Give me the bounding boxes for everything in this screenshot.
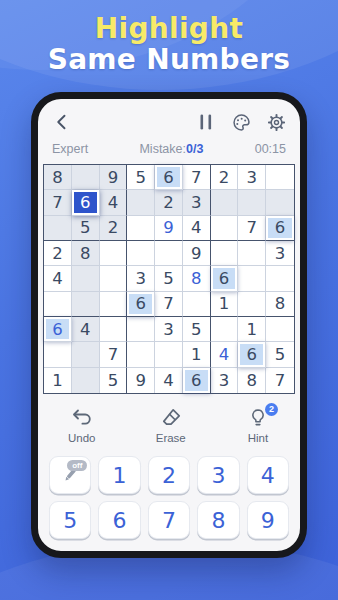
cell-r6c6[interactable] — [183, 292, 211, 317]
cell-r3c6[interactable]: 4 — [183, 216, 211, 241]
erase-label: Erase — [156, 432, 186, 444]
back-button[interactable] — [51, 111, 73, 133]
cell-r2c3[interactable]: 4 — [100, 190, 128, 215]
difficulty-label: Expert — [52, 142, 88, 156]
mistake-value: 0/3 — [186, 142, 203, 156]
cell-r1c7[interactable]: 2 — [211, 165, 239, 190]
timer: 00:15 — [255, 142, 286, 156]
cell-r5c4[interactable]: 3 — [127, 266, 155, 291]
numpad-digit-2[interactable]: 2 — [148, 456, 190, 494]
erase-button[interactable]: Erase — [156, 407, 186, 444]
gear-icon — [266, 112, 287, 133]
cell-r8c2[interactable] — [72, 342, 100, 367]
cell-r2c1[interactable]: 7 — [44, 190, 72, 215]
hint-label: Hint — [248, 432, 268, 444]
toolbar: Undo Erase 2 H — [68, 407, 270, 444]
cell-r8c6[interactable]: 1 — [183, 342, 211, 367]
cell-r3c2[interactable]: 5 — [72, 216, 100, 241]
status-bar: Expert Mistake:0/3 00:15 — [52, 142, 286, 156]
cell-r6c2[interactable] — [72, 292, 100, 317]
undo-label: Undo — [68, 432, 96, 444]
cell-r9c6[interactable]: 6 — [183, 368, 211, 393]
cell-r2c7[interactable] — [211, 190, 239, 215]
cell-r2c8[interactable] — [238, 190, 266, 215]
cell-r4c1[interactable]: 2 — [44, 241, 72, 266]
cell-r5c2[interactable] — [72, 266, 100, 291]
cell-r6c4[interactable]: 6 — [127, 292, 155, 317]
undo-button[interactable]: Undo — [68, 407, 96, 444]
eraser-icon — [159, 407, 183, 429]
cell-r1c9[interactable] — [266, 165, 294, 190]
cell-r2c5[interactable]: 2 — [155, 190, 183, 215]
title-line-2: Same Numbers — [0, 44, 338, 75]
pencil-mode-button[interactable]: off — [49, 456, 91, 494]
cell-r4c6[interactable]: 9 — [183, 241, 211, 266]
cell-r3c3[interactable]: 2 — [100, 216, 128, 241]
cell-r3c1[interactable] — [44, 216, 72, 241]
numpad-digit-6[interactable]: 6 — [98, 501, 140, 539]
cell-r4c3[interactable] — [100, 241, 128, 266]
cell-r8c5[interactable] — [155, 342, 183, 367]
cell-r8c4[interactable] — [127, 342, 155, 367]
pencil-off-badge: off — [67, 460, 87, 471]
mistake-label: Mistake: — [139, 142, 186, 156]
cell-r6c7[interactable]: 1 — [211, 292, 239, 317]
cell-r4c4[interactable] — [127, 241, 155, 266]
cell-r4c8[interactable] — [238, 241, 266, 266]
cell-r1c8[interactable]: 3 — [238, 165, 266, 190]
cell-r7c4[interactable] — [127, 317, 155, 342]
cell-r5c9[interactable] — [266, 266, 294, 291]
title-line-1: Highlight — [0, 13, 338, 44]
cell-r5c8[interactable] — [238, 266, 266, 291]
cell-r5c1[interactable]: 4 — [44, 266, 72, 291]
cell-r4c2[interactable]: 8 — [72, 241, 100, 266]
cell-r9c1[interactable]: 1 — [44, 368, 72, 393]
pause-icon — [198, 113, 214, 131]
palette-icon — [231, 112, 252, 133]
cell-r1c1[interactable]: 8 — [44, 165, 72, 190]
cell-r7c3[interactable] — [100, 317, 128, 342]
back-chevron-icon — [52, 112, 72, 132]
hint-button[interactable]: 2 Hint — [246, 407, 270, 444]
cell-r8c8[interactable]: 6 — [238, 342, 266, 367]
cell-r9c9[interactable]: 7 — [266, 368, 294, 393]
numpad-digit-9[interactable]: 9 — [247, 501, 289, 539]
numpad-digit-5[interactable]: 5 — [49, 501, 91, 539]
cell-r1c3[interactable]: 9 — [100, 165, 128, 190]
cell-r1c6[interactable]: 7 — [183, 165, 211, 190]
cell-r7c5[interactable]: 3 — [155, 317, 183, 342]
phone-mockup: Expert Mistake:0/3 00:15 895672376423529… — [31, 92, 307, 558]
numpad-digit-8[interactable]: 8 — [197, 501, 239, 539]
cell-r6c1[interactable] — [44, 292, 72, 317]
cell-r9c7[interactable]: 3 — [211, 368, 239, 393]
cell-r8c3[interactable]: 7 — [100, 342, 128, 367]
numpad-digit-4[interactable]: 4 — [247, 456, 289, 494]
cell-r9c4[interactable]: 9 — [127, 368, 155, 393]
theme-button[interactable] — [230, 111, 252, 133]
page-title: Highlight Same Numbers — [0, 13, 338, 76]
cell-r2c6[interactable]: 3 — [183, 190, 211, 215]
cell-r2c9[interactable] — [266, 190, 294, 215]
number-pad: off 123456789 — [49, 456, 289, 539]
cell-r7c2[interactable]: 4 — [72, 317, 100, 342]
cell-r1c2[interactable] — [72, 165, 100, 190]
cell-r4c5[interactable] — [155, 241, 183, 266]
cell-r5c6[interactable]: 8 — [183, 266, 211, 291]
cell-r1c4[interactable]: 5 — [127, 165, 155, 190]
cell-r3c4[interactable] — [127, 216, 155, 241]
cell-r7c1[interactable]: 6 — [44, 317, 72, 342]
cell-r8c9[interactable]: 5 — [266, 342, 294, 367]
undo-icon — [70, 407, 94, 429]
cell-r9c2[interactable] — [72, 368, 100, 393]
cell-r6c9[interactable]: 8 — [266, 292, 294, 317]
pause-button[interactable] — [195, 111, 217, 133]
cell-r6c8[interactable] — [238, 292, 266, 317]
cell-r7c9[interactable] — [266, 317, 294, 342]
cell-r3c5[interactable]: 9 — [155, 216, 183, 241]
sudoku-board: 8956723764235294762893435866718643517146… — [43, 164, 295, 394]
cell-r3c8[interactable]: 7 — [238, 216, 266, 241]
cell-r8c1[interactable] — [44, 342, 72, 367]
cell-r2c2[interactable]: 6 — [72, 190, 100, 215]
cell-r7c8[interactable]: 1 — [238, 317, 266, 342]
cell-r6c5[interactable]: 7 — [155, 292, 183, 317]
cell-r5c7[interactable]: 6 — [211, 266, 239, 291]
cell-r9c8[interactable]: 8 — [238, 368, 266, 393]
mistake-counter: Mistake:0/3 — [88, 142, 255, 156]
app-screen: Highlight Same Numbers — [0, 0, 338, 600]
cell-r1c5[interactable]: 6 — [155, 165, 183, 190]
cell-r4c7[interactable] — [211, 241, 239, 266]
numpad-digit-3[interactable]: 3 — [197, 456, 239, 494]
cell-r9c5[interactable]: 4 — [155, 368, 183, 393]
cell-r3c9[interactable]: 6 — [266, 216, 294, 241]
game-header — [51, 111, 287, 133]
cell-r7c6[interactable]: 5 — [183, 317, 211, 342]
cell-r5c3[interactable] — [100, 266, 128, 291]
numpad-digit-7[interactable]: 7 — [148, 501, 190, 539]
cell-r7c7[interactable] — [211, 317, 239, 342]
cell-r4c9[interactable]: 3 — [266, 241, 294, 266]
cell-r9c3[interactable]: 5 — [100, 368, 128, 393]
hint-count-badge: 2 — [265, 403, 278, 416]
cell-r2c4[interactable] — [127, 190, 155, 215]
cell-r5c5[interactable]: 5 — [155, 266, 183, 291]
cell-r3c7[interactable] — [211, 216, 239, 241]
numpad-digit-1[interactable]: 1 — [98, 456, 140, 494]
settings-button[interactable] — [265, 111, 287, 133]
cell-r8c7[interactable]: 4 — [211, 342, 239, 367]
cell-r6c3[interactable] — [100, 292, 128, 317]
